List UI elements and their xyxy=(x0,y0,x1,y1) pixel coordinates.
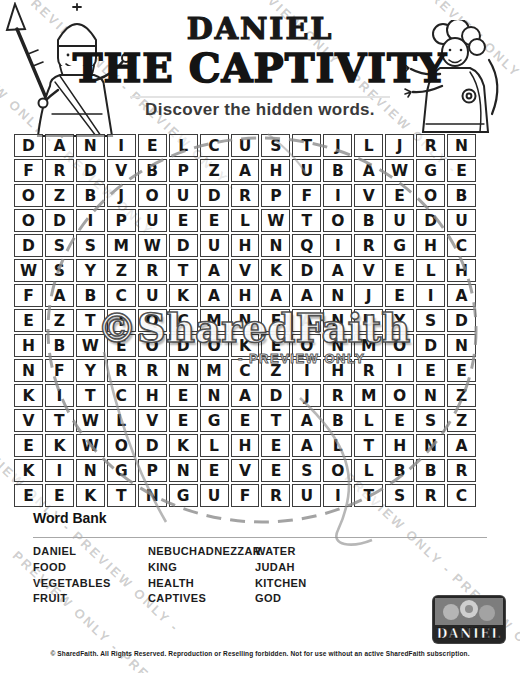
grid-cell: K xyxy=(14,384,43,407)
grid-cell: K xyxy=(169,434,198,457)
word-bank-word: WATER xyxy=(255,544,307,560)
grid-cell: Y xyxy=(76,359,105,382)
grid-cell: E xyxy=(447,359,476,382)
grid-cell: A xyxy=(45,284,74,307)
grid-cell: E xyxy=(107,334,136,357)
grid-cell: I xyxy=(45,384,74,407)
grid-cell: L xyxy=(200,434,229,457)
grid-cell: E xyxy=(138,134,167,157)
grid-cell: U xyxy=(292,159,321,182)
word-bank-list: DANIELFOODVEGETABLESFRUITNEBUCHADNEZZARK… xyxy=(33,544,307,607)
grid-cell: A xyxy=(292,409,321,432)
grid-cell: O xyxy=(385,384,414,407)
header-divider xyxy=(130,96,390,98)
page-title-line1: DANIEL xyxy=(0,14,520,44)
grid-cell: H xyxy=(231,434,260,457)
grid-cell: Z xyxy=(261,359,290,382)
grid-cell: B xyxy=(76,184,105,207)
grid-cell: T xyxy=(292,209,321,232)
grid-cell: G xyxy=(107,459,136,482)
grid-cell: D xyxy=(200,184,229,207)
grid-cell: K xyxy=(76,484,105,507)
grid-cell: H xyxy=(231,234,260,257)
grid-cell: E xyxy=(261,459,290,482)
grid-cell: N xyxy=(416,384,445,407)
grid-cell: E xyxy=(14,309,43,332)
grid-cell: O xyxy=(138,334,167,357)
badge-artwork xyxy=(435,598,503,625)
grid-cell: S xyxy=(76,234,105,257)
grid-cell: S xyxy=(292,459,321,482)
grid-cell: A xyxy=(261,284,290,307)
grid-cell: T xyxy=(354,434,383,457)
grid-cell: D xyxy=(261,384,290,407)
grid-cell: F xyxy=(231,484,260,507)
grid-cell: C xyxy=(200,134,229,157)
word-bank-word: HEALTH xyxy=(148,576,255,592)
grid-cell: E xyxy=(385,409,414,432)
grid-cell: E xyxy=(261,309,290,332)
grid-cell: N xyxy=(76,134,105,157)
grid-cell: R xyxy=(231,184,260,207)
grid-cell: N xyxy=(169,459,198,482)
grid-cell: D xyxy=(14,134,43,157)
grid-cell: O xyxy=(200,334,229,357)
grid-cell: O xyxy=(323,459,352,482)
grid-cell: U xyxy=(200,484,229,507)
grid-cell: E xyxy=(261,434,290,457)
grid-cell: T xyxy=(107,484,136,507)
grid-cell: H xyxy=(231,284,260,307)
grid-cell: I xyxy=(323,484,352,507)
grid-cell: B xyxy=(323,159,352,182)
grid-cell: R xyxy=(323,384,352,407)
grid-cell: V xyxy=(14,409,43,432)
grid-cell: D xyxy=(45,209,74,232)
grid-cell: Z xyxy=(200,159,229,182)
grid-cell: N xyxy=(261,234,290,257)
grid-cell: J xyxy=(354,284,383,307)
grid-cell: D xyxy=(416,334,445,357)
grid-cell: D xyxy=(169,234,198,257)
grid-cell: J xyxy=(385,134,414,157)
word-bank-column: NEBUCHADNEZZARKINGHEALTHCAPTIVES xyxy=(148,544,255,607)
grid-cell: A xyxy=(200,284,229,307)
grid-cell: S xyxy=(45,259,74,282)
grid-cell: T xyxy=(261,409,290,432)
grid-cell: Z xyxy=(447,384,476,407)
grid-cell: D xyxy=(447,309,476,332)
grid-cell: J xyxy=(323,134,352,157)
word-bank-word: NEBUCHADNEZZAR xyxy=(148,544,255,560)
grid-cell: D xyxy=(14,234,43,257)
grid-cell: B xyxy=(323,409,352,432)
grid-cell: M xyxy=(354,334,383,357)
grid-cell: L xyxy=(323,434,352,457)
grid-cell: H xyxy=(447,259,476,282)
grid-cell: Q xyxy=(138,309,167,332)
grid-cell: O xyxy=(14,184,43,207)
grid-cell: D xyxy=(416,209,445,232)
grid-cell: M xyxy=(200,309,229,332)
grid-cell: P xyxy=(169,159,198,182)
grid-cell: G xyxy=(169,484,198,507)
grid-cell: V xyxy=(231,259,260,282)
grid-cell: R xyxy=(416,134,445,157)
grid-cell: Z xyxy=(45,184,74,207)
grid-cell: N xyxy=(169,359,198,382)
grid-cell: E xyxy=(169,409,198,432)
grid-cell: N xyxy=(14,359,43,382)
grid-cell: L xyxy=(354,134,383,157)
word-bank-word: KING xyxy=(148,560,255,576)
grid-cell: B xyxy=(354,209,383,232)
grid-cell: L xyxy=(354,409,383,432)
grid-cell: M xyxy=(107,234,136,257)
grid-cell: E xyxy=(200,459,229,482)
grid-cell: N xyxy=(76,459,105,482)
grid-cell: D xyxy=(76,159,105,182)
grid-cell: L xyxy=(231,209,260,232)
grid-cell: A xyxy=(45,134,74,157)
grid-cell: Z xyxy=(45,309,74,332)
grid-cell: P xyxy=(138,459,167,482)
grid-cell: P xyxy=(107,209,136,232)
grid-cell: K xyxy=(231,334,260,357)
grid-cell: B xyxy=(138,159,167,182)
grid-cell: W xyxy=(76,434,105,457)
grid-cell: O xyxy=(107,434,136,457)
grid-cell: C xyxy=(231,359,260,382)
grid-cell: E xyxy=(416,359,445,382)
word-search-grid: DANIELCUSTJLJRNFRDVBPZAHUBAWGEOZBJOUDRPF… xyxy=(13,133,477,508)
grid-cell: O xyxy=(323,209,352,232)
grid-cell: R xyxy=(416,484,445,507)
grid-cell: A xyxy=(292,284,321,307)
grid-cell: B xyxy=(447,184,476,207)
grid-cell: E xyxy=(385,259,414,282)
grid-cell: Y xyxy=(385,309,414,332)
word-bank-word: KITCHEN xyxy=(255,576,307,592)
grid-cell: I xyxy=(385,359,414,382)
grid-cell: N xyxy=(323,309,352,332)
grid-cell: I xyxy=(416,284,445,307)
footer-copyright: © SharedFaith. All Rights Reserved. Repr… xyxy=(0,650,520,657)
grid-cell: W xyxy=(261,209,290,232)
grid-cell: R xyxy=(138,259,167,282)
grid-cell: E xyxy=(385,184,414,207)
grid-cell: E xyxy=(231,409,260,432)
daniel-logo-badge: DANIEL xyxy=(433,596,505,643)
grid-cell: H xyxy=(385,434,414,457)
grid-cell: E xyxy=(447,159,476,182)
grid-cell: I xyxy=(323,184,352,207)
grid-cell: W xyxy=(76,334,105,357)
grid-cell: B xyxy=(416,459,445,482)
grid-cell: I xyxy=(45,459,74,482)
grid-cell: I xyxy=(292,359,321,382)
grid-cell: W xyxy=(385,159,414,182)
grid-cell: W xyxy=(138,234,167,257)
grid-cell: I xyxy=(76,209,105,232)
grid-cell: T xyxy=(76,309,105,332)
grid-cell: W xyxy=(14,259,43,282)
grid-cell: N xyxy=(323,334,352,357)
grid-cell: T xyxy=(169,259,198,282)
word-bank-word: DANIEL xyxy=(33,544,148,560)
grid-cell: G xyxy=(416,159,445,182)
grid-cell: D xyxy=(292,259,321,282)
grid-cell: E xyxy=(261,334,290,357)
grid-cell: T xyxy=(76,384,105,407)
grid-cell: E xyxy=(200,209,229,232)
grid-cell: U xyxy=(447,209,476,232)
grid-cell: E xyxy=(169,384,198,407)
grid-cell: C xyxy=(169,309,198,332)
grid-cell: R xyxy=(354,359,383,382)
grid-cell: S xyxy=(385,484,414,507)
grid-cell: H xyxy=(138,384,167,407)
grid-cell: S xyxy=(261,134,290,157)
grid-cell: D xyxy=(169,334,198,357)
grid-cell: T xyxy=(292,134,321,157)
word-bank-rule xyxy=(33,537,487,538)
grid-cell: E xyxy=(45,484,74,507)
grid-cell: J xyxy=(292,384,321,407)
grid-cell: H xyxy=(416,234,445,257)
grid-cell: C xyxy=(447,234,476,257)
word-bank-column: WATERJUDAHKITCHENGOD xyxy=(255,544,307,607)
grid-cell: E xyxy=(14,434,43,457)
grid-cell: N xyxy=(323,284,352,307)
grid-cell: N xyxy=(416,434,445,457)
grid-cell: A xyxy=(231,384,260,407)
grid-cell: K xyxy=(169,284,198,307)
grid-cell: F xyxy=(45,359,74,382)
grid-cell: O xyxy=(138,184,167,207)
grid-cell: A xyxy=(447,284,476,307)
grid-cell: L xyxy=(354,459,383,482)
grid-cell: R xyxy=(447,459,476,482)
grid-cell: K xyxy=(14,459,43,482)
grid-cell: V xyxy=(354,259,383,282)
grid-cell: N xyxy=(200,384,229,407)
grid-cell: K xyxy=(45,434,74,457)
grid-cell: Z xyxy=(447,409,476,432)
grid-cell: G xyxy=(200,409,229,432)
grid-cell: A xyxy=(292,309,321,332)
grid-cell: A xyxy=(200,259,229,282)
grid-cell: Z xyxy=(107,259,136,282)
grid-cell: U xyxy=(138,284,167,307)
grid-cell: U xyxy=(292,484,321,507)
grid-cell: E xyxy=(385,284,414,307)
grid-cell: I xyxy=(107,134,136,157)
grid-cell: U xyxy=(138,209,167,232)
grid-cell: F xyxy=(14,284,43,307)
grid-cell: R xyxy=(107,359,136,382)
grid-cell: O xyxy=(416,184,445,207)
grid-cell: J xyxy=(107,184,136,207)
grid-cell: A xyxy=(447,434,476,457)
grid-cell: N xyxy=(138,484,167,507)
grid-cell: N xyxy=(231,309,260,332)
grid-cell: V xyxy=(354,184,383,207)
grid-cell: A xyxy=(354,159,383,182)
grid-cell: U xyxy=(231,134,260,157)
grid-cell: N xyxy=(447,134,476,157)
grid-cell: R xyxy=(138,359,167,382)
grid-cell: Y xyxy=(76,259,105,282)
grid-cell: S xyxy=(416,409,445,432)
word-bank-word: VEGETABLES xyxy=(33,576,148,592)
grid-cell: H xyxy=(323,359,352,382)
grid-cell: H xyxy=(261,159,290,182)
grid-cell: L xyxy=(107,409,136,432)
grid-cell: I xyxy=(323,234,352,257)
word-bank-heading: Word Bank xyxy=(33,510,107,526)
grid-cell: N xyxy=(447,334,476,357)
grid-cell: V xyxy=(231,459,260,482)
grid-cell: V xyxy=(107,159,136,182)
grid-cell: C xyxy=(447,484,476,507)
word-bank-word: JUDAH xyxy=(255,560,307,576)
grid-cell: H xyxy=(14,334,43,357)
grid-cell: B xyxy=(45,334,74,357)
grid-cell: U xyxy=(200,234,229,257)
grid-cell: K xyxy=(261,259,290,282)
grid-cell: Q xyxy=(292,234,321,257)
badge-label: DANIEL xyxy=(433,626,505,641)
grid-cell: S xyxy=(416,309,445,332)
grid-cell: U xyxy=(169,184,198,207)
grid-cell: O xyxy=(14,209,43,232)
grid-cell: F xyxy=(14,159,43,182)
grid-cell: C xyxy=(107,384,136,407)
grid-cell: L xyxy=(416,259,445,282)
grid-cell: B xyxy=(76,284,105,307)
grid-cell: U xyxy=(354,309,383,332)
grid-cell: T xyxy=(354,484,383,507)
grid-cell: E xyxy=(14,484,43,507)
worksheet-page: PREVIEW ONLY - PREVIEW ONLY -PREVIEW ONL… xyxy=(0,0,520,673)
grid-cell: L xyxy=(169,134,198,157)
grid-cell: C xyxy=(107,284,136,307)
grid-cell: O xyxy=(292,334,321,357)
grid-cell: A xyxy=(323,259,352,282)
grid-cell: G xyxy=(385,234,414,257)
grid-cell: A xyxy=(292,434,321,457)
word-bank-word: CAPTIVES xyxy=(148,591,255,607)
grid-cell: E xyxy=(169,209,198,232)
grid-cell: R xyxy=(45,159,74,182)
word-bank-word: FRUIT xyxy=(33,591,148,607)
grid-cell: M xyxy=(354,384,383,407)
grid-cell: R xyxy=(261,484,290,507)
grid-cell: D xyxy=(138,434,167,457)
grid-cell: O xyxy=(385,334,414,357)
page-title-line2: THE CAPTIVITY xyxy=(0,47,520,89)
grid-cell: M xyxy=(200,359,229,382)
grid-cell: A xyxy=(231,159,260,182)
grid-cell: B xyxy=(385,459,414,482)
grid-cell: P xyxy=(261,184,290,207)
grid-cell: W xyxy=(76,409,105,432)
grid-cell: F xyxy=(292,184,321,207)
grid-cell: T xyxy=(45,409,74,432)
word-bank-word: FOOD xyxy=(33,560,148,576)
grid-cell: R xyxy=(354,234,383,257)
grid-cell: I xyxy=(107,309,136,332)
subtitle: Discover the hidden words. xyxy=(0,100,520,120)
grid-cell: U xyxy=(385,209,414,232)
grid-cell: S xyxy=(45,234,74,257)
grid-cell: V xyxy=(138,409,167,432)
word-bank-column: DANIELFOODVEGETABLESFRUIT xyxy=(33,544,148,607)
word-bank-word: GOD xyxy=(255,591,307,607)
